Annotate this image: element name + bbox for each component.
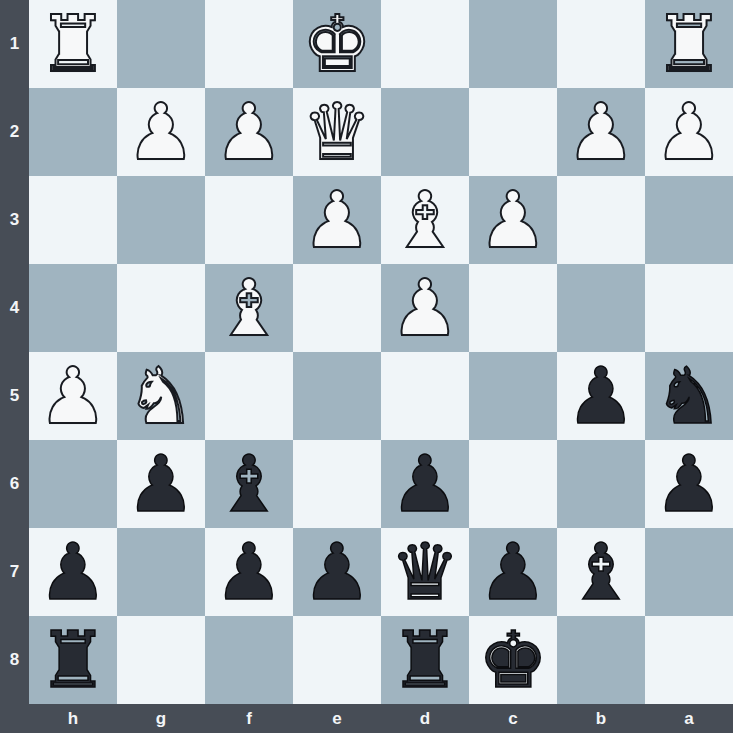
white-rook[interactable]: ♜ xyxy=(38,0,108,88)
square-f5[interactable] xyxy=(205,352,293,440)
file-label-a: a xyxy=(645,704,733,733)
square-e7[interactable]: ♟ xyxy=(293,528,381,616)
file-label-h: h xyxy=(29,704,117,733)
square-b4[interactable] xyxy=(557,264,645,352)
square-a5[interactable]: ♞ xyxy=(645,352,733,440)
square-c4[interactable] xyxy=(469,264,557,352)
square-a4[interactable] xyxy=(645,264,733,352)
square-d1[interactable] xyxy=(381,0,469,88)
square-c2[interactable] xyxy=(469,88,557,176)
square-g2[interactable]: ♟ xyxy=(117,88,205,176)
square-a1[interactable]: ♜ xyxy=(645,0,733,88)
white-pawn[interactable]: ♟ xyxy=(302,176,372,264)
square-d4[interactable]: ♟ xyxy=(381,264,469,352)
black-rook[interactable]: ♜ xyxy=(390,616,460,704)
square-h1[interactable]: ♜ xyxy=(29,0,117,88)
square-d2[interactable] xyxy=(381,88,469,176)
square-a8[interactable] xyxy=(645,616,733,704)
square-d5[interactable] xyxy=(381,352,469,440)
white-pawn[interactable]: ♟ xyxy=(654,88,724,176)
square-g7[interactable] xyxy=(117,528,205,616)
chess-board: ♜♚♜♟♟♛♟♟♟♝♟♝♟♟♞♟♞♟♝♟♟♟♟♟♛♟♝♜♜♚ xyxy=(29,0,733,704)
chess-board-frame: 12345678 ♜♚♜♟♟♛♟♟♟♝♟♝♟♟♞♟♞♟♝♟♟♟♟♟♛♟♝♜♜♚ … xyxy=(0,0,733,733)
black-king[interactable]: ♚ xyxy=(478,616,548,704)
square-f6[interactable]: ♝ xyxy=(205,440,293,528)
square-c8[interactable]: ♚ xyxy=(469,616,557,704)
black-queen[interactable]: ♛ xyxy=(390,528,460,616)
square-c1[interactable] xyxy=(469,0,557,88)
square-e3[interactable]: ♟ xyxy=(293,176,381,264)
square-b5[interactable]: ♟ xyxy=(557,352,645,440)
square-b6[interactable] xyxy=(557,440,645,528)
white-pawn[interactable]: ♟ xyxy=(566,88,636,176)
square-b7[interactable]: ♝ xyxy=(557,528,645,616)
rank-labels-column: 12345678 xyxy=(0,0,29,704)
square-g3[interactable] xyxy=(117,176,205,264)
rank-label-1: 1 xyxy=(0,0,29,88)
rank-label-3: 3 xyxy=(0,176,29,264)
file-labels-row: hgfedcba xyxy=(29,704,733,733)
square-g8[interactable] xyxy=(117,616,205,704)
white-pawn[interactable]: ♟ xyxy=(390,264,460,352)
square-e6[interactable] xyxy=(293,440,381,528)
black-pawn[interactable]: ♟ xyxy=(214,528,284,616)
white-pawn[interactable]: ♟ xyxy=(478,176,548,264)
square-b8[interactable] xyxy=(557,616,645,704)
rank-label-5: 5 xyxy=(0,352,29,440)
square-f2[interactable]: ♟ xyxy=(205,88,293,176)
file-label-d: d xyxy=(381,704,469,733)
white-queen[interactable]: ♛ xyxy=(302,88,372,176)
square-h8[interactable]: ♜ xyxy=(29,616,117,704)
square-g6[interactable]: ♟ xyxy=(117,440,205,528)
black-rook[interactable]: ♜ xyxy=(38,616,108,704)
square-d6[interactable]: ♟ xyxy=(381,440,469,528)
file-label-g: g xyxy=(117,704,205,733)
black-bishop[interactable]: ♝ xyxy=(214,440,284,528)
square-g1[interactable] xyxy=(117,0,205,88)
square-e5[interactable] xyxy=(293,352,381,440)
white-pawn[interactable]: ♟ xyxy=(38,352,108,440)
black-pawn[interactable]: ♟ xyxy=(566,352,636,440)
square-h7[interactable]: ♟ xyxy=(29,528,117,616)
black-knight[interactable]: ♞ xyxy=(654,352,724,440)
square-d7[interactable]: ♛ xyxy=(381,528,469,616)
black-pawn[interactable]: ♟ xyxy=(38,528,108,616)
white-rook[interactable]: ♜ xyxy=(654,0,724,88)
square-g5[interactable]: ♞ xyxy=(117,352,205,440)
file-label-e: e xyxy=(293,704,381,733)
square-c5[interactable] xyxy=(469,352,557,440)
square-a2[interactable]: ♟ xyxy=(645,88,733,176)
rank-label-2: 2 xyxy=(0,88,29,176)
square-g4[interactable] xyxy=(117,264,205,352)
square-h5[interactable]: ♟ xyxy=(29,352,117,440)
square-h3[interactable] xyxy=(29,176,117,264)
white-bishop[interactable]: ♝ xyxy=(390,176,460,264)
square-f3[interactable] xyxy=(205,176,293,264)
square-a6[interactable]: ♟ xyxy=(645,440,733,528)
square-d3[interactable]: ♝ xyxy=(381,176,469,264)
white-bishop[interactable]: ♝ xyxy=(214,264,284,352)
square-c6[interactable] xyxy=(469,440,557,528)
square-h6[interactable] xyxy=(29,440,117,528)
black-pawn[interactable]: ♟ xyxy=(654,440,724,528)
square-c7[interactable]: ♟ xyxy=(469,528,557,616)
square-c3[interactable]: ♟ xyxy=(469,176,557,264)
square-e8[interactable] xyxy=(293,616,381,704)
file-label-f: f xyxy=(205,704,293,733)
white-pawn[interactable]: ♟ xyxy=(214,88,284,176)
black-pawn[interactable]: ♟ xyxy=(478,528,548,616)
white-knight[interactable]: ♞ xyxy=(126,352,196,440)
white-king[interactable]: ♚ xyxy=(302,0,372,88)
rank-label-6: 6 xyxy=(0,440,29,528)
black-pawn[interactable]: ♟ xyxy=(390,440,460,528)
black-pawn[interactable]: ♟ xyxy=(126,440,196,528)
square-a3[interactable] xyxy=(645,176,733,264)
file-label-c: c xyxy=(469,704,557,733)
rank-label-4: 4 xyxy=(0,264,29,352)
rank-label-7: 7 xyxy=(0,528,29,616)
square-e4[interactable] xyxy=(293,264,381,352)
square-f7[interactable]: ♟ xyxy=(205,528,293,616)
square-a7[interactable] xyxy=(645,528,733,616)
square-e2[interactable]: ♛ xyxy=(293,88,381,176)
square-f1[interactable] xyxy=(205,0,293,88)
square-b3[interactable] xyxy=(557,176,645,264)
black-bishop[interactable]: ♝ xyxy=(566,528,636,616)
square-d8[interactable]: ♜ xyxy=(381,616,469,704)
black-pawn[interactable]: ♟ xyxy=(302,528,372,616)
white-pawn[interactable]: ♟ xyxy=(126,88,196,176)
file-label-b: b xyxy=(557,704,645,733)
rank-label-8: 8 xyxy=(0,616,29,704)
square-h2[interactable] xyxy=(29,88,117,176)
square-h4[interactable] xyxy=(29,264,117,352)
square-e1[interactable]: ♚ xyxy=(293,0,381,88)
square-f8[interactable] xyxy=(205,616,293,704)
square-f4[interactable]: ♝ xyxy=(205,264,293,352)
square-b1[interactable] xyxy=(557,0,645,88)
square-b2[interactable]: ♟ xyxy=(557,88,645,176)
